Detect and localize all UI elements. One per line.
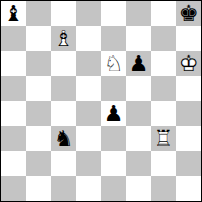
square-b5[interactable] [26,76,51,101]
square-h3[interactable] [176,126,201,151]
square-d1[interactable] [76,176,101,201]
square-c6[interactable] [51,51,76,76]
square-h2[interactable] [176,151,201,176]
square-b3[interactable] [26,126,51,151]
square-b7[interactable] [26,26,51,51]
square-c8[interactable] [51,1,76,26]
piece-black-bishop[interactable]: ♝ [1,1,26,26]
square-h8[interactable]: ♚ [176,1,201,26]
square-g5[interactable] [151,76,176,101]
square-e5[interactable] [101,76,126,101]
piece-glyph: ♟ [101,101,126,126]
square-b4[interactable] [26,101,51,126]
square-b1[interactable] [26,176,51,201]
square-h7[interactable] [176,26,201,51]
square-a8[interactable]: ♝ [1,1,26,26]
square-g7[interactable] [151,26,176,51]
square-b8[interactable] [26,1,51,26]
square-g8[interactable] [151,1,176,26]
square-g6[interactable] [151,51,176,76]
piece-black-pawn[interactable]: ♟ [101,101,126,126]
square-e7[interactable] [101,26,126,51]
piece-black-king[interactable]: ♚ [176,1,201,26]
square-b2[interactable] [26,151,51,176]
square-a2[interactable] [1,151,26,176]
square-a1[interactable] [1,176,26,201]
square-c4[interactable] [51,101,76,126]
piece-glyph: ♞ [51,126,76,151]
square-h6[interactable]: ♚♔ [176,51,201,76]
square-e6[interactable]: ♞♘ [101,51,126,76]
square-e1[interactable] [101,176,126,201]
square-e3[interactable] [101,126,126,151]
square-b6[interactable] [26,51,51,76]
piece-black-knight[interactable]: ♞ [51,126,76,151]
square-a6[interactable] [1,51,26,76]
piece-white-knight[interactable]: ♞♘ [101,51,126,76]
square-h4[interactable] [176,101,201,126]
chess-board-frame: ♝♚♝♗♞♘♟♚♔♟♞♜♖ [0,0,202,202]
square-f8[interactable] [126,1,151,26]
square-e8[interactable] [101,1,126,26]
piece-glyph-outline: ♔ [176,51,201,76]
square-d8[interactable] [76,1,101,26]
square-c1[interactable] [51,176,76,201]
square-e4[interactable]: ♟ [101,101,126,126]
square-f2[interactable] [126,151,151,176]
square-g2[interactable] [151,151,176,176]
piece-white-bishop[interactable]: ♝♗ [51,26,76,51]
square-c3[interactable]: ♞ [51,126,76,151]
square-e2[interactable] [101,151,126,176]
chess-board: ♝♚♝♗♞♘♟♚♔♟♞♜♖ [1,1,201,201]
square-h5[interactable] [176,76,201,101]
piece-glyph: ♚ [176,1,201,26]
square-f5[interactable] [126,76,151,101]
square-f7[interactable] [126,26,151,51]
square-d2[interactable] [76,151,101,176]
square-d4[interactable] [76,101,101,126]
square-f3[interactable] [126,126,151,151]
square-d7[interactable] [76,26,101,51]
piece-glyph-outline: ♗ [51,26,76,51]
piece-white-king[interactable]: ♚♔ [176,51,201,76]
piece-glyph-outline: ♖ [151,126,176,151]
square-d5[interactable] [76,76,101,101]
square-g1[interactable] [151,176,176,201]
square-g4[interactable] [151,101,176,126]
square-d3[interactable] [76,126,101,151]
square-a7[interactable] [1,26,26,51]
square-c5[interactable] [51,76,76,101]
square-c2[interactable] [51,151,76,176]
square-c7[interactable]: ♝♗ [51,26,76,51]
piece-glyph-outline: ♘ [101,51,126,76]
square-f6[interactable]: ♟ [126,51,151,76]
piece-black-pawn[interactable]: ♟ [126,51,151,76]
piece-glyph: ♟ [126,51,151,76]
square-d6[interactable] [76,51,101,76]
square-g3[interactable]: ♜♖ [151,126,176,151]
square-f1[interactable] [126,176,151,201]
square-a3[interactable] [1,126,26,151]
piece-white-rook[interactable]: ♜♖ [151,126,176,151]
square-f4[interactable] [126,101,151,126]
piece-glyph: ♝ [1,1,26,26]
square-a5[interactable] [1,76,26,101]
square-h1[interactable] [176,176,201,201]
square-a4[interactable] [1,101,26,126]
